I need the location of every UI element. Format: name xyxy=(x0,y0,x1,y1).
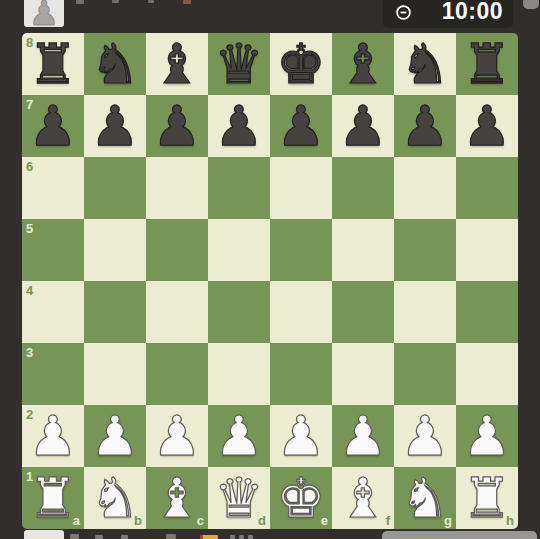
square-h1[interactable]: h♜ xyxy=(456,467,518,529)
square-c2[interactable]: ♟ xyxy=(146,405,208,467)
piece-white-pawn-b2[interactable]: ♟ xyxy=(84,405,146,467)
piece-black-knight-b8[interactable]: ♞ xyxy=(84,33,146,95)
square-f8[interactable]: ♝ xyxy=(332,33,394,95)
square-g1[interactable]: g♞ xyxy=(394,467,456,529)
piece-white-pawn-g2[interactable]: ♟ xyxy=(394,405,456,467)
chess-board[interactable]: 8♜♞♝♛♚♝♞♜7♟♟♟♟♟♟♟♟65432♟♟♟♟♟♟♟♟1a♜b♞c♝d♛… xyxy=(22,33,518,529)
piece-black-rook-h8[interactable]: ♜ xyxy=(456,33,518,95)
square-c4[interactable] xyxy=(146,281,208,343)
bottom-player-avatar[interactable] xyxy=(24,530,64,539)
piece-black-queen-d8[interactable]: ♛ xyxy=(208,33,270,95)
square-f7[interactable]: ♟ xyxy=(332,95,394,157)
rank-label-6: 6 xyxy=(26,160,33,173)
piece-white-bishop-c1[interactable]: ♝ xyxy=(146,467,208,529)
top-player-clock: 10:00 xyxy=(383,0,513,28)
piece-white-rook-h1[interactable]: ♜ xyxy=(456,467,518,529)
square-d4[interactable] xyxy=(208,281,270,343)
square-a2[interactable]: 2♟ xyxy=(22,405,84,467)
square-f6[interactable] xyxy=(332,157,394,219)
square-e4[interactable] xyxy=(270,281,332,343)
piece-black-king-e8[interactable]: ♚ xyxy=(270,33,332,95)
square-c6[interactable] xyxy=(146,157,208,219)
bottom-player-clock xyxy=(382,531,537,539)
square-e8[interactable]: ♚ xyxy=(270,33,332,95)
chess-game-screen: ♟ 10:00 8♜♞♝♛♚♝♞♜7♟♟♟♟♟♟♟♟65432♟♟♟♟♟♟♟♟1… xyxy=(0,0,540,539)
rank-label-4: 4 xyxy=(26,284,33,297)
square-b4[interactable] xyxy=(84,281,146,343)
square-h4[interactable] xyxy=(456,281,518,343)
square-h3[interactable] xyxy=(456,343,518,405)
piece-white-pawn-d2[interactable]: ♟ xyxy=(208,405,270,467)
piece-white-queen-d1[interactable]: ♛ xyxy=(208,467,270,529)
square-b1[interactable]: b♞ xyxy=(84,467,146,529)
square-e5[interactable] xyxy=(270,219,332,281)
square-h8[interactable]: ♜ xyxy=(456,33,518,95)
piece-black-pawn-e7[interactable]: ♟ xyxy=(270,95,332,157)
square-d6[interactable] xyxy=(208,157,270,219)
square-b6[interactable] xyxy=(84,157,146,219)
piece-white-pawn-c2[interactable]: ♟ xyxy=(146,405,208,467)
flag-icon xyxy=(200,535,218,539)
square-e7[interactable]: ♟ xyxy=(270,95,332,157)
rank-label-3: 3 xyxy=(26,346,33,359)
pawn-avatar-icon: ♟ xyxy=(24,0,64,27)
square-g4[interactable] xyxy=(394,281,456,343)
rank-label-5: 5 xyxy=(26,222,33,235)
square-b7[interactable]: ♟ xyxy=(84,95,146,157)
piece-white-king-e1[interactable]: ♚ xyxy=(270,467,332,529)
square-e6[interactable] xyxy=(270,157,332,219)
piece-black-pawn-b7[interactable]: ♟ xyxy=(84,95,146,157)
square-f2[interactable]: ♟ xyxy=(332,405,394,467)
square-b5[interactable] xyxy=(84,219,146,281)
square-e3[interactable] xyxy=(270,343,332,405)
piece-white-knight-b1[interactable]: ♞ xyxy=(84,467,146,529)
piece-white-rook-a1[interactable]: ♜ xyxy=(22,467,84,529)
square-a7[interactable]: 7♟ xyxy=(22,95,84,157)
piece-black-pawn-d7[interactable]: ♟ xyxy=(208,95,270,157)
square-e1[interactable]: e♚ xyxy=(270,467,332,529)
square-a5[interactable]: 5 xyxy=(22,219,84,281)
square-b2[interactable]: ♟ xyxy=(84,405,146,467)
square-a3[interactable]: 3 xyxy=(22,343,84,405)
piece-white-knight-g1[interactable]: ♞ xyxy=(394,467,456,529)
piece-black-rook-a8[interactable]: ♜ xyxy=(22,33,84,95)
square-g8[interactable]: ♞ xyxy=(394,33,456,95)
square-a6[interactable]: 6 xyxy=(22,157,84,219)
square-c1[interactable]: c♝ xyxy=(146,467,208,529)
piece-white-pawn-a2[interactable]: ♟ xyxy=(22,405,84,467)
square-h7[interactable]: ♟ xyxy=(456,95,518,157)
top-player-avatar[interactable]: ♟ xyxy=(24,0,64,27)
square-a8[interactable]: 8♜ xyxy=(22,33,84,95)
square-c7[interactable]: ♟ xyxy=(146,95,208,157)
square-e2[interactable]: ♟ xyxy=(270,405,332,467)
piece-black-pawn-f7[interactable]: ♟ xyxy=(332,95,394,157)
piece-black-bishop-f8[interactable]: ♝ xyxy=(332,33,394,95)
piece-white-pawn-f2[interactable]: ♟ xyxy=(332,405,394,467)
piece-white-pawn-h2[interactable]: ♟ xyxy=(456,405,518,467)
square-a4[interactable]: 4 xyxy=(22,281,84,343)
square-h5[interactable] xyxy=(456,219,518,281)
square-d1[interactable]: d♛ xyxy=(208,467,270,529)
partial-settings-icon[interactable] xyxy=(523,0,539,9)
piece-black-bishop-c8[interactable]: ♝ xyxy=(146,33,208,95)
piece-black-pawn-c7[interactable]: ♟ xyxy=(146,95,208,157)
square-g7[interactable]: ♟ xyxy=(394,95,456,157)
clock-icon xyxy=(395,4,412,21)
piece-black-pawn-h7[interactable]: ♟ xyxy=(456,95,518,157)
top-player-time: 10:00 xyxy=(442,0,503,25)
square-a1[interactable]: 1a♜ xyxy=(22,467,84,529)
square-d5[interactable] xyxy=(208,219,270,281)
square-f3[interactable] xyxy=(332,343,394,405)
square-f1[interactable]: f♝ xyxy=(332,467,394,529)
square-d8[interactable]: ♛ xyxy=(208,33,270,95)
piece-white-bishop-f1[interactable]: ♝ xyxy=(332,467,394,529)
square-c5[interactable] xyxy=(146,219,208,281)
square-c3[interactable] xyxy=(146,343,208,405)
piece-black-knight-g8[interactable]: ♞ xyxy=(394,33,456,95)
square-b3[interactable] xyxy=(84,343,146,405)
piece-black-pawn-a7[interactable]: ♟ xyxy=(22,95,84,157)
square-d3[interactable] xyxy=(208,343,270,405)
piece-white-pawn-e2[interactable]: ♟ xyxy=(270,405,332,467)
square-d2[interactable]: ♟ xyxy=(208,405,270,467)
piece-black-pawn-g7[interactable]: ♟ xyxy=(394,95,456,157)
square-f4[interactable] xyxy=(332,281,394,343)
square-g3[interactable] xyxy=(394,343,456,405)
square-h2[interactable]: ♟ xyxy=(456,405,518,467)
square-h6[interactable] xyxy=(456,157,518,219)
square-g6[interactable] xyxy=(394,157,456,219)
square-c8[interactable]: ♝ xyxy=(146,33,208,95)
square-g2[interactable]: ♟ xyxy=(394,405,456,467)
square-g5[interactable] xyxy=(394,219,456,281)
square-b8[interactable]: ♞ xyxy=(84,33,146,95)
square-d7[interactable]: ♟ xyxy=(208,95,270,157)
square-f5[interactable] xyxy=(332,219,394,281)
